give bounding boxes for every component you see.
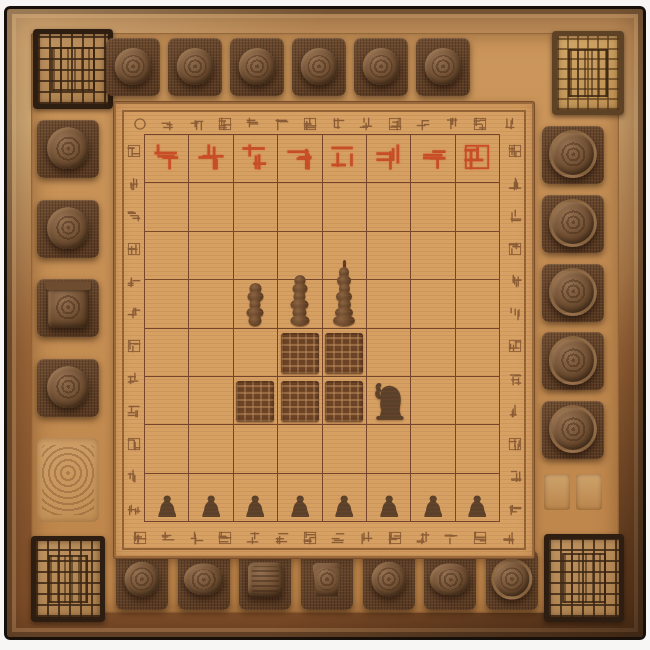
carved-lotus-knob[interactable] bbox=[363, 48, 400, 85]
tray-tile bbox=[542, 264, 604, 322]
board-cell[interactable] bbox=[323, 425, 366, 472]
border-stamp bbox=[275, 116, 289, 130]
carved-dragon-knob[interactable] bbox=[301, 48, 338, 85]
border-stamp bbox=[303, 530, 317, 544]
carved-horse-knob[interactable] bbox=[425, 48, 462, 85]
board-cell[interactable] bbox=[323, 135, 366, 182]
board-cell[interactable] bbox=[411, 425, 454, 472]
lidded-box-carving[interactable] bbox=[48, 287, 88, 327]
cup-carving[interactable] bbox=[311, 562, 343, 596]
tray-tile bbox=[363, 550, 415, 610]
figurine-seal[interactable] bbox=[371, 562, 406, 597]
border-stamp bbox=[388, 116, 402, 130]
border-stamp bbox=[331, 116, 345, 130]
border-stamp bbox=[127, 501, 141, 515]
border-stamp bbox=[161, 116, 175, 130]
board-cell[interactable] bbox=[411, 329, 454, 376]
border-stamp bbox=[501, 116, 515, 130]
border-stamp bbox=[190, 116, 204, 130]
square-seal[interactable] bbox=[248, 562, 282, 596]
tray-tile bbox=[542, 126, 604, 184]
coin-medallion[interactable] bbox=[549, 268, 597, 316]
tray-tile bbox=[542, 195, 604, 253]
border-stamp bbox=[127, 371, 141, 385]
board-cell[interactable] bbox=[323, 474, 366, 521]
tray-tile bbox=[178, 550, 230, 610]
piece-pawn[interactable] bbox=[467, 494, 488, 519]
piece-pawn[interactable] bbox=[422, 494, 443, 519]
piece-pawn[interactable] bbox=[289, 494, 310, 519]
corner-lattice-tile-bottom-left bbox=[31, 536, 105, 622]
carved-shell-knob[interactable] bbox=[177, 48, 214, 85]
border-stamp bbox=[246, 116, 260, 130]
border-stamp bbox=[508, 241, 522, 255]
scroll-stack[interactable] bbox=[430, 563, 471, 595]
board-cell[interactable] bbox=[456, 377, 499, 424]
piece-carved-block[interactable] bbox=[325, 333, 363, 374]
piece-elephant[interactable] bbox=[369, 379, 409, 422]
board-cell[interactable] bbox=[234, 329, 277, 376]
board-cell[interactable] bbox=[189, 425, 232, 472]
tray-tile bbox=[106, 38, 160, 96]
board-cell[interactable] bbox=[145, 474, 188, 521]
carved-bun-knob[interactable] bbox=[239, 48, 276, 85]
piece-carved-block[interactable] bbox=[281, 333, 319, 374]
tray-tile bbox=[424, 550, 476, 610]
shell-carving[interactable] bbox=[47, 127, 89, 169]
board-cell[interactable] bbox=[189, 135, 232, 182]
border-stamp bbox=[275, 530, 289, 544]
border-stamp bbox=[133, 116, 147, 130]
corner-lattice-tile-top-left bbox=[33, 29, 113, 109]
carved-lion-knob[interactable] bbox=[115, 48, 152, 85]
tray-tile bbox=[37, 359, 99, 417]
dragon-medallion[interactable] bbox=[549, 130, 597, 178]
board-cell[interactable] bbox=[411, 183, 454, 230]
stamp-border-top bbox=[126, 114, 522, 131]
board-cell[interactable] bbox=[145, 329, 188, 376]
piece-pawn[interactable] bbox=[201, 494, 222, 519]
board-cell[interactable] bbox=[367, 183, 410, 230]
border-stamp bbox=[508, 501, 522, 515]
board-cell[interactable] bbox=[323, 280, 366, 327]
border-stamp bbox=[508, 403, 522, 417]
border-stamp bbox=[218, 116, 232, 130]
board-cell[interactable] bbox=[278, 329, 321, 376]
piece-totem-figurine[interactable] bbox=[290, 260, 309, 326]
board-cell[interactable] bbox=[278, 280, 321, 327]
border-stamp bbox=[473, 530, 487, 544]
border-stamp bbox=[508, 306, 522, 320]
piece-red-seal-character[interactable] bbox=[241, 143, 269, 175]
tray-tile bbox=[486, 550, 538, 610]
border-stamp bbox=[508, 143, 522, 157]
oval-seal[interactable] bbox=[183, 563, 224, 595]
piece-carved-block[interactable] bbox=[281, 381, 319, 422]
tray-tile bbox=[37, 279, 99, 337]
board-cell[interactable] bbox=[456, 474, 499, 521]
board-cell[interactable] bbox=[234, 135, 277, 182]
board-cell[interactable] bbox=[234, 474, 277, 521]
board-cell[interactable] bbox=[411, 474, 454, 521]
border-stamp bbox=[508, 468, 522, 482]
board-cell[interactable] bbox=[456, 135, 499, 182]
board-cell[interactable] bbox=[323, 329, 366, 376]
piece-totem-figurine[interactable] bbox=[247, 270, 264, 326]
piece-red-seal-character[interactable] bbox=[463, 143, 491, 175]
board-cell[interactable] bbox=[145, 135, 188, 182]
board-photo bbox=[0, 0, 650, 650]
dragon-medallion[interactable] bbox=[549, 199, 597, 247]
tray-tile bbox=[301, 550, 353, 610]
face-seal[interactable] bbox=[124, 562, 159, 597]
flat-dragon-engraving bbox=[37, 438, 99, 522]
tray-tile bbox=[168, 38, 222, 96]
tray-tile bbox=[116, 550, 168, 610]
board-cell[interactable] bbox=[367, 280, 410, 327]
board-cell[interactable] bbox=[367, 425, 410, 472]
piece-red-seal-character[interactable] bbox=[286, 143, 314, 175]
piece-carved-block[interactable] bbox=[236, 381, 274, 422]
border-stamp bbox=[508, 436, 522, 450]
board-cell[interactable] bbox=[367, 474, 410, 521]
border-stamp bbox=[127, 436, 141, 450]
border-stamp bbox=[303, 116, 317, 130]
board-cell[interactable] bbox=[145, 183, 188, 230]
border-stamp bbox=[331, 530, 345, 544]
dome-knob[interactable] bbox=[47, 207, 89, 249]
border-stamp bbox=[508, 176, 522, 190]
board-cell[interactable] bbox=[145, 377, 188, 424]
border-stamp bbox=[359, 530, 373, 544]
border-stamp bbox=[127, 176, 141, 190]
board-cell[interactable] bbox=[456, 280, 499, 327]
board-grid bbox=[144, 134, 500, 522]
stamp-border-bottom bbox=[126, 528, 522, 545]
dragon-medallion[interactable] bbox=[549, 405, 597, 453]
border-stamp bbox=[127, 143, 141, 157]
playing-board bbox=[114, 102, 534, 558]
border-stamp bbox=[508, 371, 522, 385]
border-stamp bbox=[388, 530, 402, 544]
piece-carved-block[interactable] bbox=[325, 381, 363, 422]
tray-tile bbox=[542, 401, 604, 459]
border-stamp bbox=[161, 530, 175, 544]
board-cell[interactable] bbox=[411, 280, 454, 327]
board-cell[interactable] bbox=[367, 329, 410, 376]
stamp-border-left bbox=[125, 134, 142, 524]
border-stamp bbox=[127, 273, 141, 287]
board-cell[interactable] bbox=[145, 425, 188, 472]
border-stamp bbox=[127, 306, 141, 320]
twin-stamps bbox=[542, 470, 604, 514]
border-stamp bbox=[190, 530, 204, 544]
corner-lattice-tile-bottom-right bbox=[544, 534, 624, 622]
border-stamp bbox=[508, 273, 522, 287]
border-stamp bbox=[416, 530, 430, 544]
coin-medallion[interactable] bbox=[549, 336, 597, 384]
board-cell[interactable] bbox=[278, 135, 321, 182]
border-stamp bbox=[127, 403, 141, 417]
piece-pawn[interactable] bbox=[334, 494, 355, 519]
piece-totem-figurine[interactable] bbox=[333, 244, 355, 326]
tray-right bbox=[542, 126, 608, 514]
board-cell[interactable] bbox=[411, 135, 454, 182]
board-cell[interactable] bbox=[278, 183, 321, 230]
board-cell[interactable] bbox=[278, 377, 321, 424]
board-cell[interactable] bbox=[234, 183, 277, 230]
board-cell[interactable] bbox=[323, 183, 366, 230]
board-cell[interactable] bbox=[278, 425, 321, 472]
stamp-border-right bbox=[506, 134, 523, 524]
border-stamp bbox=[246, 530, 260, 544]
border-stamp bbox=[218, 530, 232, 544]
board-cell[interactable] bbox=[456, 183, 499, 230]
board-cell[interactable] bbox=[367, 377, 410, 424]
border-stamp bbox=[127, 241, 141, 255]
board-cell[interactable] bbox=[189, 377, 232, 424]
tray-tile bbox=[416, 38, 470, 96]
board-cell[interactable] bbox=[367, 232, 410, 279]
board-cell[interactable] bbox=[367, 135, 410, 182]
board-cell[interactable] bbox=[189, 183, 232, 230]
piece-pawn[interactable] bbox=[245, 494, 266, 519]
tray-tile bbox=[542, 332, 604, 390]
piece-red-seal-character[interactable] bbox=[330, 143, 358, 175]
board-cell[interactable] bbox=[323, 377, 366, 424]
board-cell[interactable] bbox=[456, 232, 499, 279]
board-cell[interactable] bbox=[456, 329, 499, 376]
board-cell[interactable] bbox=[411, 232, 454, 279]
border-stamp bbox=[127, 208, 141, 222]
border-stamp bbox=[508, 338, 522, 352]
dragon-medallion[interactable] bbox=[491, 558, 532, 599]
border-stamp bbox=[444, 116, 458, 130]
border-stamp bbox=[127, 468, 141, 482]
board-cell[interactable] bbox=[234, 425, 277, 472]
piece-red-seal-character[interactable] bbox=[375, 143, 403, 175]
piece-pawn[interactable] bbox=[156, 494, 177, 519]
piece-pawn[interactable] bbox=[378, 494, 399, 519]
tray-tile bbox=[37, 120, 99, 178]
board-cell[interactable] bbox=[189, 329, 232, 376]
tray-left bbox=[37, 120, 103, 522]
tray-tile bbox=[37, 200, 99, 258]
border-stamp bbox=[416, 116, 430, 130]
board-cell[interactable] bbox=[189, 232, 232, 279]
board-cell[interactable] bbox=[189, 280, 232, 327]
border-stamp bbox=[473, 116, 487, 130]
board-cell[interactable] bbox=[145, 280, 188, 327]
board-cell[interactable] bbox=[411, 377, 454, 424]
piece-red-seal-character[interactable] bbox=[153, 143, 181, 175]
border-stamp bbox=[127, 338, 141, 352]
tray-tile bbox=[354, 38, 408, 96]
tray-bottom bbox=[116, 550, 538, 614]
board-cell[interactable] bbox=[145, 232, 188, 279]
board-cell[interactable] bbox=[234, 280, 277, 327]
corner-lattice-tile-top-right bbox=[552, 31, 624, 115]
border-stamp bbox=[444, 530, 458, 544]
piece-red-seal-character[interactable] bbox=[197, 143, 225, 175]
tray-tile bbox=[292, 38, 346, 96]
border-stamp bbox=[508, 208, 522, 222]
border-stamp bbox=[133, 530, 147, 544]
tray-top bbox=[106, 38, 470, 100]
board-cell[interactable] bbox=[234, 377, 277, 424]
tray-tile bbox=[230, 38, 284, 96]
border-stamp bbox=[501, 530, 515, 544]
border-stamp bbox=[359, 116, 373, 130]
tray-tile bbox=[239, 550, 291, 610]
board-cell[interactable] bbox=[456, 425, 499, 472]
board-cell[interactable] bbox=[278, 474, 321, 521]
board-cell[interactable] bbox=[189, 474, 232, 521]
piece-red-seal-character[interactable] bbox=[419, 143, 447, 175]
dome-knob[interactable] bbox=[47, 366, 89, 408]
